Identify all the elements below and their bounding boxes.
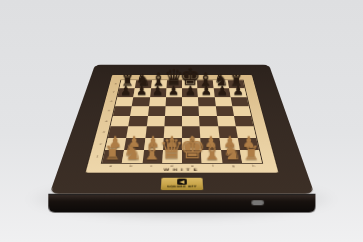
piece-black-pawn: ♟ bbox=[168, 84, 179, 97]
white-side-label: WHITE bbox=[85, 168, 277, 172]
square-c7: ♟ bbox=[149, 88, 166, 97]
square-h4 bbox=[233, 116, 253, 126]
square-e1: ♚ bbox=[182, 150, 202, 163]
piece-white-knight: ♞ bbox=[122, 142, 141, 163]
piece-white-knight: ♞ bbox=[222, 142, 241, 163]
piece-black-pawn: ♟ bbox=[135, 84, 146, 97]
square-f6 bbox=[198, 97, 215, 106]
square-b4 bbox=[128, 116, 147, 126]
power-port-emblem bbox=[251, 200, 264, 205]
square-h7: ♟ bbox=[228, 88, 246, 97]
square-a5 bbox=[113, 106, 132, 116]
piece-black-pawn: ♟ bbox=[152, 84, 163, 97]
square-e6 bbox=[182, 97, 199, 106]
piece-black-pawn: ♟ bbox=[184, 84, 195, 97]
square-g1: ♞ bbox=[220, 150, 241, 163]
rank-label-8: 8 bbox=[110, 80, 119, 88]
squares-grid: ♜♞♝♛♚♝♞♜♟♟♟♟♟♟♟♟♟♟♟♟♟♟♟♟♜♞♝♛♚♝♞♜ bbox=[100, 80, 262, 164]
square-b1: ♞ bbox=[122, 150, 143, 163]
square-e4 bbox=[182, 116, 200, 126]
square-a7: ♟ bbox=[117, 88, 135, 97]
square-g5 bbox=[215, 106, 233, 116]
piece-black-pawn: ♟ bbox=[119, 84, 130, 97]
square-g4 bbox=[216, 116, 235, 126]
piece-white-rook: ♜ bbox=[103, 144, 120, 163]
square-g7: ♟ bbox=[213, 88, 230, 97]
square-d7: ♟ bbox=[165, 88, 181, 97]
square-e7: ♟ bbox=[182, 88, 198, 97]
square-a4 bbox=[110, 116, 130, 126]
piece-black-pawn: ♟ bbox=[216, 84, 227, 97]
square-b7: ♟ bbox=[133, 88, 150, 97]
square-d4 bbox=[164, 116, 182, 126]
square-h6 bbox=[230, 97, 248, 106]
square-f7: ♟ bbox=[197, 88, 214, 97]
square-f5 bbox=[198, 106, 216, 116]
square-b5 bbox=[130, 106, 148, 116]
square-h5 bbox=[232, 106, 251, 116]
square-b6 bbox=[131, 97, 149, 106]
square-d6 bbox=[165, 97, 182, 106]
square-c6 bbox=[148, 97, 165, 106]
square-e5 bbox=[182, 106, 199, 116]
square-c4 bbox=[146, 116, 164, 126]
piece-black-pawn: ♟ bbox=[232, 84, 243, 97]
piece-white-bishop: ♝ bbox=[201, 140, 222, 163]
square-a1: ♜ bbox=[102, 150, 124, 163]
square-off-brand-text: SQUARE OFF bbox=[166, 185, 196, 188]
board-maple-border: 87654321 ♜♞♝♛♚♝♞♜♟♟♟♟♟♟♟♟♟♟♟♟♟♟♟♟♜♞♝♛♚♝♞… bbox=[85, 75, 278, 173]
square-c5 bbox=[147, 106, 165, 116]
square-a6 bbox=[115, 97, 133, 106]
piece-black-pawn: ♟ bbox=[200, 84, 211, 97]
product-photo-scene: 87654321 ♜♞♝♛♚♝♞♜♟♟♟♟♟♟♟♟♟♟♟♟♟♟♟♟♜♞♝♛♚♝♞… bbox=[0, 0, 363, 242]
square-h1: ♜ bbox=[239, 150, 261, 163]
chess-board-box: 87654321 ♜♞♝♛♚♝♞♜♟♟♟♟♟♟♟♟♟♟♟♟♟♟♟♟♜♞♝♛♚♝♞… bbox=[49, 65, 314, 194]
square-f1: ♝ bbox=[201, 150, 222, 163]
square-g6 bbox=[214, 97, 232, 106]
square-off-plaque: SQUARE OFF bbox=[160, 177, 202, 189]
board-front-face bbox=[48, 194, 315, 213]
piece-white-rook: ♜ bbox=[243, 144, 260, 163]
square-f4 bbox=[199, 116, 217, 126]
square-d5 bbox=[164, 106, 181, 116]
